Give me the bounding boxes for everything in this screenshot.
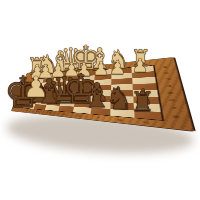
piece-dark-r-h8[interactable]: ♜ [131, 88, 155, 115]
piece-dark-n-g8[interactable]: ♞ [106, 83, 134, 114]
offboard-white-pawn[interactable]: ♟ [23, 73, 49, 102]
piece-light-p-h2[interactable]: ♟ [131, 56, 148, 75]
piece-light-p-g2[interactable]: ♟ [109, 58, 126, 77]
rank-label-8: 8 [162, 111, 191, 122]
chess-set-photo: abcdefgh 12345678 ♜♞♝♛♚♝♞♜♟♟♟♟♟♟♟♟♟♟♟♟♟♟… [0, 0, 200, 200]
